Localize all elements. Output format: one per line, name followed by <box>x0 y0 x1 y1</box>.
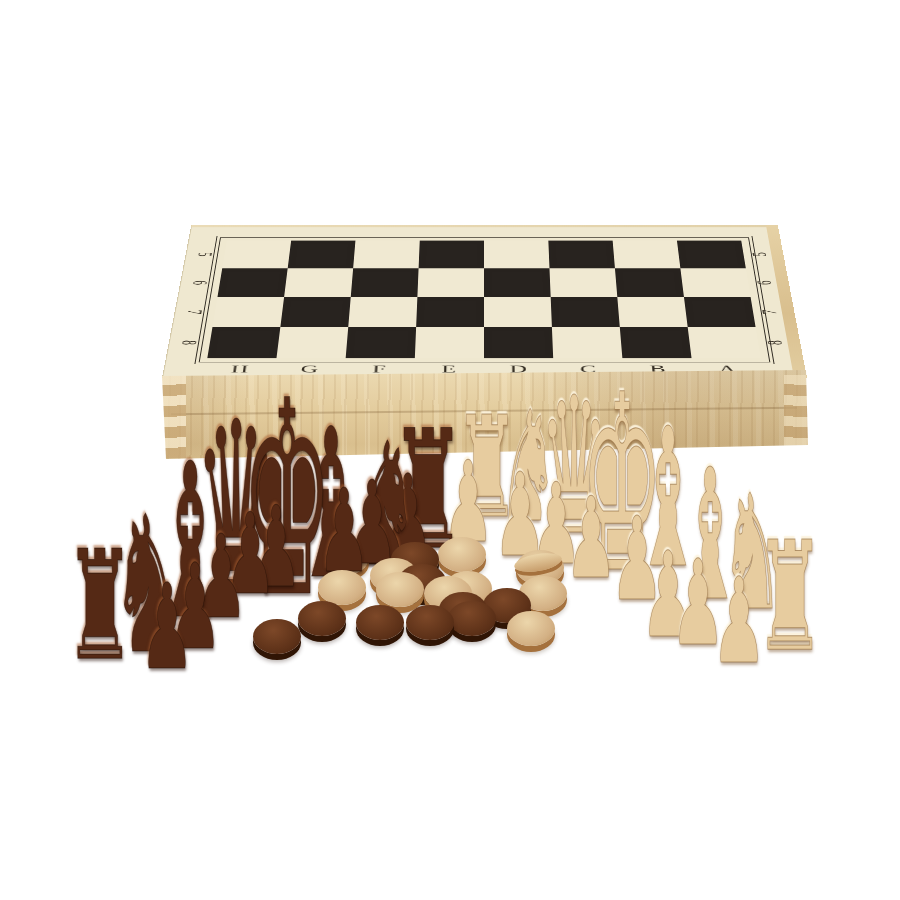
square-b5 <box>613 241 681 269</box>
square-e7 <box>416 297 484 327</box>
light-rook: ♜ <box>755 522 825 673</box>
finger-joints-left <box>162 375 186 458</box>
rank-label-left-5: 5 <box>171 248 238 260</box>
finger-joints-right <box>784 375 808 458</box>
square-f6 <box>351 268 419 297</box>
rank-label-left-8: 8 <box>154 336 225 349</box>
rank-label-right-6: 6 <box>730 277 798 289</box>
lid-back-wood-edge <box>191 225 778 228</box>
file-label-g: G <box>274 363 345 375</box>
dark-rook: ♜ <box>65 531 135 682</box>
rank-label-right-8: 8 <box>739 336 810 349</box>
square-g6 <box>284 268 353 297</box>
square-b7 <box>617 297 687 327</box>
light-knight: ♞ <box>721 473 784 632</box>
checker-light <box>376 572 424 607</box>
rank-label-left-7: 7 <box>160 306 230 319</box>
square-g7 <box>280 297 350 327</box>
product-photo-chess-box: HGFEDCBA 5678 5678 ♜♞♝♛♚♝♞♜♟♟♟♟♟♟♟♟♜♞♛♚♝… <box>0 0 900 900</box>
dark-knight: ♞ <box>111 492 186 681</box>
checker-light <box>507 611 555 646</box>
rank-label-right-5: 5 <box>726 248 793 260</box>
light-pawn: ♟ <box>640 536 695 654</box>
square-g5 <box>288 241 356 269</box>
square-d7 <box>484 297 552 327</box>
file-label-f: F <box>344 363 414 375</box>
dark-pawn: ♟ <box>194 520 248 635</box>
wood-shading <box>158 369 810 463</box>
square-b6 <box>615 268 684 297</box>
square-e8 <box>415 327 484 358</box>
dark-pawn: ♟ <box>224 498 276 610</box>
board-grid <box>207 241 760 359</box>
square-f8 <box>346 327 416 358</box>
rank-label-left-6: 6 <box>166 277 234 289</box>
dark-pawn: ♟ <box>250 491 302 603</box>
square-d5 <box>484 241 549 269</box>
square-b8 <box>620 327 692 358</box>
dark-bishop: ♝ <box>152 435 229 649</box>
checker-dark <box>356 605 404 640</box>
dark-pawn: ♟ <box>139 568 194 686</box>
checker-dark <box>406 605 454 640</box>
checker-dark <box>448 601 496 636</box>
square-f7 <box>348 297 417 327</box>
light-pawn: ♟ <box>610 502 664 617</box>
square-c6 <box>549 268 617 297</box>
square-f5 <box>353 241 420 269</box>
square-d6 <box>484 268 551 297</box>
checker-dark <box>253 619 301 654</box>
square-e5 <box>419 241 484 269</box>
square-d8 <box>484 327 553 358</box>
square-c7 <box>551 297 620 327</box>
light-pawn: ♟ <box>670 544 725 662</box>
dark-pawn: ♟ <box>167 548 222 666</box>
checker-light <box>438 537 486 572</box>
square-e6 <box>417 268 484 297</box>
light-bishop: ♝ <box>678 445 743 626</box>
file-label-h: H <box>204 363 275 375</box>
square-c8 <box>552 327 622 358</box>
checker-dark <box>298 601 346 636</box>
light-pawn: ♟ <box>711 562 766 680</box>
chess-box-lid: HGFEDCBA 5678 5678 <box>162 225 807 378</box>
chess-box-front-face <box>158 369 810 463</box>
checker-light <box>318 570 366 605</box>
light-pawn: ♟ <box>565 482 617 594</box>
square-c5 <box>548 241 615 269</box>
rank-label-right-7: 7 <box>735 306 805 319</box>
square-g8 <box>276 327 348 358</box>
